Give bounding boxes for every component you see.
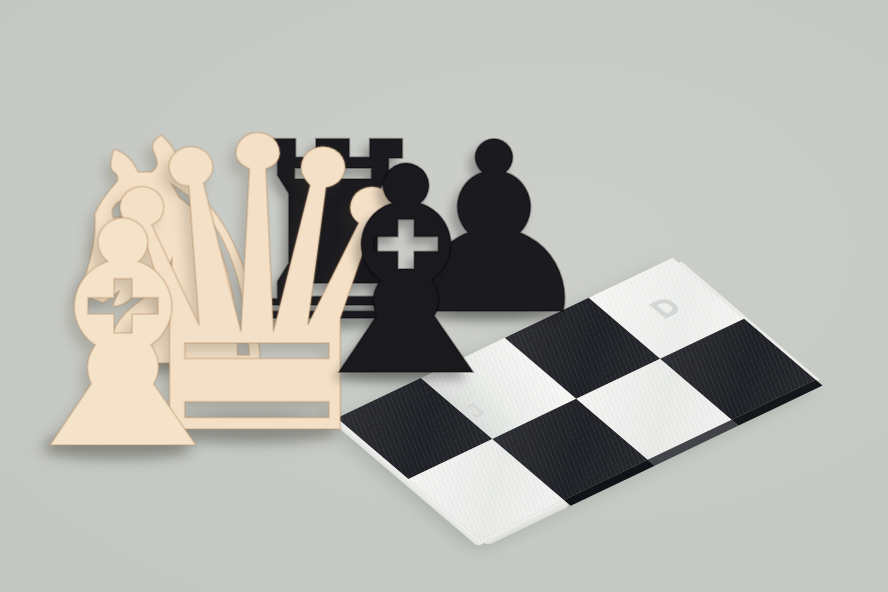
black-bishop-piece[interactable]: ♝ <box>278 130 534 416</box>
white-bishop-piece[interactable]: ♝ <box>0 182 262 493</box>
mat-letter-d: D <box>644 293 689 324</box>
photo-scene: JD ♞ ♛ ♝ ♜ ♝ ♟ <box>0 0 888 592</box>
